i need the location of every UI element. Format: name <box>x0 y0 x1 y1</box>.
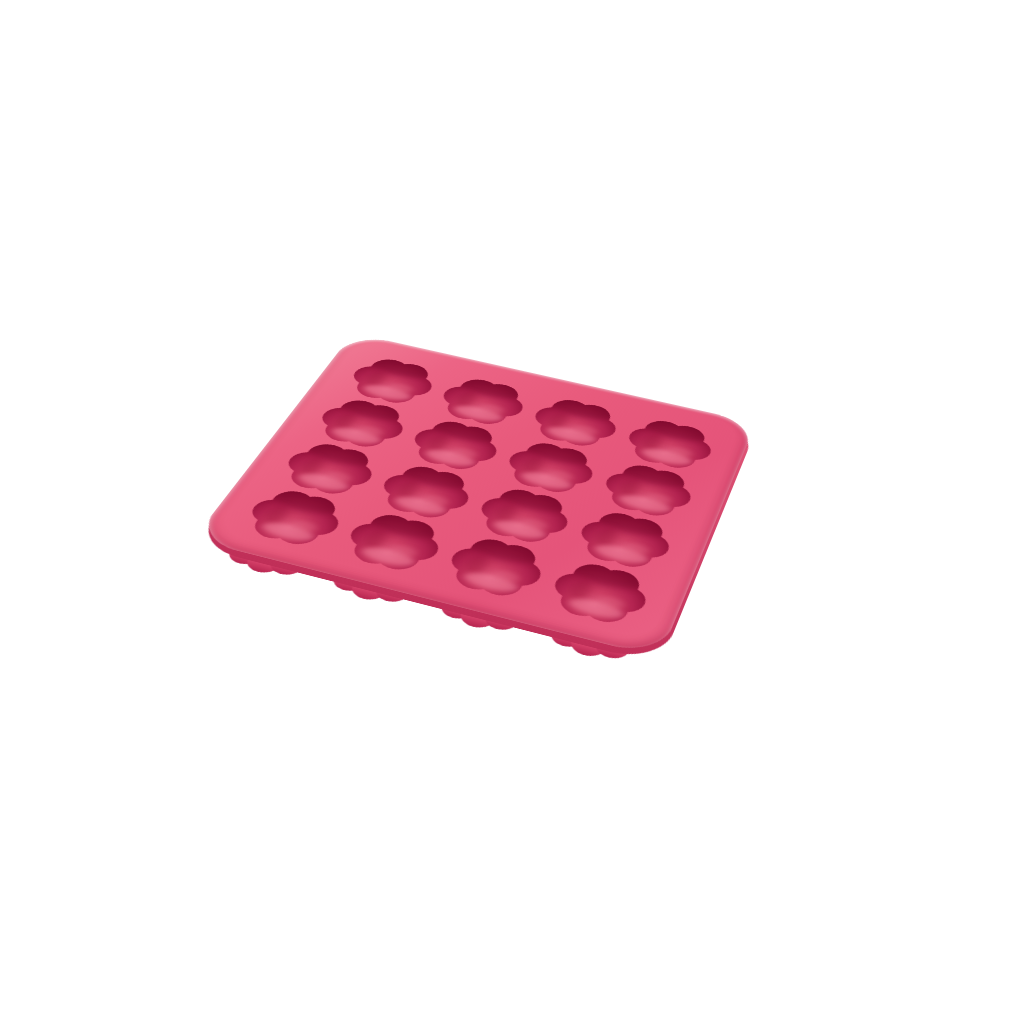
product-photo-scene <box>0 0 1024 1024</box>
tray-surface <box>193 333 756 658</box>
cavity-grid <box>228 351 728 635</box>
silicone-mold-tray <box>193 333 756 658</box>
